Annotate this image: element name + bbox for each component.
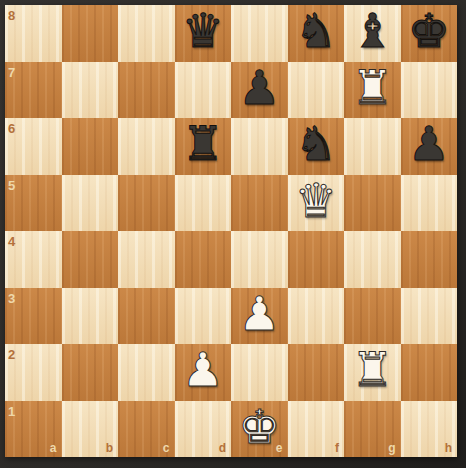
square-g3[interactable]	[344, 288, 401, 345]
square-d5[interactable]	[175, 175, 232, 232]
square-g4[interactable]	[344, 231, 401, 288]
square-g2[interactable]: ♜	[344, 344, 401, 401]
piece-black-knight-f6[interactable]: ♞	[295, 118, 337, 172]
square-c3[interactable]	[118, 288, 175, 345]
file-label-f: f	[335, 442, 339, 454]
piece-black-bishop-g8[interactable]: ♝	[351, 5, 393, 59]
file-label-b: b	[106, 442, 113, 454]
piece-white-pawn-d2[interactable]: ♟	[182, 344, 224, 398]
square-a7[interactable]: 7	[5, 62, 62, 119]
square-d8[interactable]: ♛	[175, 5, 232, 62]
square-f4[interactable]	[288, 231, 345, 288]
square-a2[interactable]: 2	[5, 344, 62, 401]
square-c6[interactable]	[118, 118, 175, 175]
square-e4[interactable]	[231, 231, 288, 288]
square-d3[interactable]	[175, 288, 232, 345]
rank-label-5: 5	[8, 179, 15, 192]
rank-label-1: 1	[8, 405, 15, 418]
file-label-c: c	[163, 442, 170, 454]
square-b3[interactable]	[62, 288, 119, 345]
board-frame: 8♛♞♝♚7♟♜6♜♞♟5♛43♟2♟♜1abcde♚fgh	[0, 0, 466, 468]
square-d6[interactable]: ♜	[175, 118, 232, 175]
square-d2[interactable]: ♟	[175, 344, 232, 401]
piece-white-rook-g2[interactable]: ♜	[351, 344, 393, 398]
file-label-h: h	[445, 442, 452, 454]
square-c1[interactable]: c	[118, 401, 175, 458]
square-e7[interactable]: ♟	[231, 62, 288, 119]
rank-label-7: 7	[8, 66, 15, 79]
piece-white-queen-f5[interactable]: ♛	[295, 175, 337, 229]
square-g8[interactable]: ♝	[344, 5, 401, 62]
rank-label-6: 6	[8, 122, 15, 135]
square-a8[interactable]: 8	[5, 5, 62, 62]
square-b5[interactable]	[62, 175, 119, 232]
square-b2[interactable]	[62, 344, 119, 401]
square-a4[interactable]: 4	[5, 231, 62, 288]
square-e6[interactable]	[231, 118, 288, 175]
square-c2[interactable]	[118, 344, 175, 401]
square-f1[interactable]: f	[288, 401, 345, 458]
file-label-g: g	[388, 442, 395, 454]
square-c4[interactable]	[118, 231, 175, 288]
square-f5[interactable]: ♛	[288, 175, 345, 232]
square-h2[interactable]	[401, 344, 458, 401]
piece-white-pawn-e3[interactable]: ♟	[238, 288, 280, 342]
piece-black-queen-d8[interactable]: ♛	[182, 5, 224, 59]
square-b6[interactable]	[62, 118, 119, 175]
square-c7[interactable]	[118, 62, 175, 119]
file-label-d: d	[219, 442, 226, 454]
square-h7[interactable]	[401, 62, 458, 119]
square-b1[interactable]: b	[62, 401, 119, 458]
square-h3[interactable]	[401, 288, 458, 345]
piece-black-rook-d6[interactable]: ♜	[182, 118, 224, 172]
square-c8[interactable]	[118, 5, 175, 62]
rank-label-4: 4	[8, 235, 15, 248]
square-d4[interactable]	[175, 231, 232, 288]
piece-black-knight-f8[interactable]: ♞	[295, 5, 337, 59]
piece-black-pawn-e7[interactable]: ♟	[238, 62, 280, 116]
file-label-a: a	[50, 442, 57, 454]
piece-white-rook-g7[interactable]: ♜	[351, 62, 393, 116]
square-d1[interactable]: d	[175, 401, 232, 458]
square-h8[interactable]: ♚	[401, 5, 458, 62]
square-g6[interactable]	[344, 118, 401, 175]
square-a5[interactable]: 5	[5, 175, 62, 232]
square-b4[interactable]	[62, 231, 119, 288]
square-f8[interactable]: ♞	[288, 5, 345, 62]
square-f3[interactable]	[288, 288, 345, 345]
square-a3[interactable]: 3	[5, 288, 62, 345]
square-f7[interactable]	[288, 62, 345, 119]
square-a1[interactable]: 1a	[5, 401, 62, 458]
rank-label-8: 8	[8, 9, 15, 22]
square-g7[interactable]: ♜	[344, 62, 401, 119]
piece-black-king-h8[interactable]: ♚	[408, 5, 450, 59]
square-e2[interactable]	[231, 344, 288, 401]
rank-label-2: 2	[8, 348, 15, 361]
square-h1[interactable]: h	[401, 401, 458, 458]
square-e5[interactable]	[231, 175, 288, 232]
chess-board: 8♛♞♝♚7♟♜6♜♞♟5♛43♟2♟♜1abcde♚fgh	[5, 5, 457, 457]
square-e1[interactable]: e♚	[231, 401, 288, 458]
square-e3[interactable]: ♟	[231, 288, 288, 345]
square-e8[interactable]	[231, 5, 288, 62]
square-b8[interactable]	[62, 5, 119, 62]
square-b7[interactable]	[62, 62, 119, 119]
square-f2[interactable]	[288, 344, 345, 401]
square-d7[interactable]	[175, 62, 232, 119]
piece-black-pawn-h6[interactable]: ♟	[408, 118, 450, 172]
rank-label-3: 3	[8, 292, 15, 305]
square-a6[interactable]: 6	[5, 118, 62, 175]
square-h6[interactable]: ♟	[401, 118, 458, 175]
square-g1[interactable]: g	[344, 401, 401, 458]
square-h4[interactable]	[401, 231, 458, 288]
square-c5[interactable]	[118, 175, 175, 232]
square-f6[interactable]: ♞	[288, 118, 345, 175]
square-g5[interactable]	[344, 175, 401, 232]
square-h5[interactable]	[401, 175, 458, 232]
piece-white-king-e1[interactable]: ♚	[238, 401, 280, 455]
